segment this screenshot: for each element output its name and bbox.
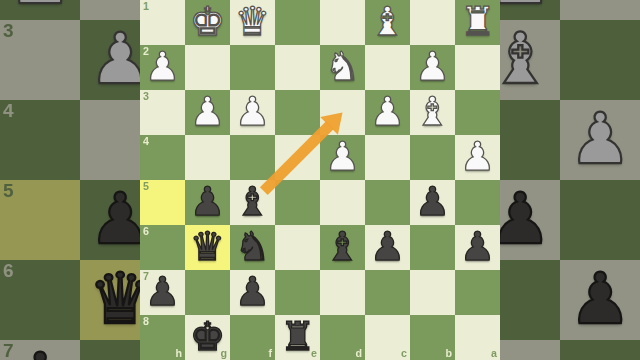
video-frame: 1♚♛♝♜2♟♞♟3♟♟♟♝4♟♟5♟♝♟6♛♞♝♟♟7♟♟8hg♚fe♜dcb… [0, 0, 640, 360]
square-f3[interactable]: ♟ [230, 90, 275, 135]
square-f7[interactable]: ♟ [230, 270, 275, 315]
square-h6: 6 [0, 260, 80, 340]
square-e6[interactable] [275, 225, 320, 270]
square-a7 [560, 340, 640, 360]
piece-white-rook: ♜ [460, 2, 495, 42]
file-label-b: b [445, 348, 452, 359]
square-a3 [560, 20, 640, 100]
rank-label-3: 3 [3, 21, 14, 40]
square-g2[interactable] [185, 45, 230, 90]
rank-label-5: 5 [143, 181, 149, 192]
square-f8[interactable]: f [230, 315, 275, 360]
square-h2: 2♟ [0, 0, 80, 20]
piece-black-rook: ♜ [280, 317, 315, 357]
square-b6[interactable] [410, 225, 455, 270]
rank-label-3: 3 [143, 91, 149, 102]
square-e4[interactable] [275, 135, 320, 180]
piece-white-pawn: ♟ [415, 47, 450, 87]
piece-white-pawn: ♟ [235, 92, 270, 132]
piece-black-pawn: ♟ [145, 272, 180, 312]
square-a2[interactable] [455, 45, 500, 90]
square-e8[interactable]: e♜ [275, 315, 320, 360]
piece-black-pawn: ♟ [415, 182, 450, 222]
square-d4[interactable]: ♟ [320, 135, 365, 180]
square-g4[interactable] [185, 135, 230, 180]
square-e2[interactable] [275, 45, 320, 90]
piece-white-knight: ♞ [325, 47, 360, 87]
piece-black-bishop: ♝ [235, 182, 270, 222]
piece-white-king: ♚ [190, 2, 225, 42]
rank-label-1: 1 [143, 1, 149, 12]
file-label-c: c [401, 348, 407, 359]
square-f1[interactable]: ♛ [230, 0, 275, 45]
piece-white-pawn: ♟ [370, 92, 405, 132]
square-d7[interactable] [320, 270, 365, 315]
square-h6[interactable]: 6 [140, 225, 185, 270]
square-b8[interactable]: b [410, 315, 455, 360]
square-g3[interactable]: ♟ [185, 90, 230, 135]
piece-white-pawn: ♟ [568, 103, 631, 173]
piece-black-pawn: ♟ [370, 227, 405, 267]
square-d2[interactable]: ♞ [320, 45, 365, 90]
file-label-f: f [268, 348, 272, 359]
square-b3[interactable]: ♝ [410, 90, 455, 135]
piece-black-pawn: ♟ [8, 343, 71, 360]
square-d3[interactable] [320, 90, 365, 135]
square-h7[interactable]: 7♟ [140, 270, 185, 315]
square-h4: 4 [0, 100, 80, 180]
file-label-a: a [491, 348, 497, 359]
square-d5[interactable] [320, 180, 365, 225]
square-g8[interactable]: g♚ [185, 315, 230, 360]
square-a1[interactable]: ♜ [455, 0, 500, 45]
square-g5[interactable]: ♟ [185, 180, 230, 225]
square-a3[interactable] [455, 90, 500, 135]
square-a5[interactable] [455, 180, 500, 225]
square-h5: 5 [0, 180, 80, 260]
chessboard-container: 1♚♛♝♜2♟♞♟3♟♟♟♝4♟♟5♟♝♟6♛♞♝♟♟7♟♟8hg♚fe♜dcb… [140, 0, 500, 360]
rank-label-4: 4 [143, 136, 149, 147]
piece-black-king: ♚ [190, 317, 225, 357]
piece-black-bishop: ♝ [325, 227, 360, 267]
square-e7[interactable] [275, 270, 320, 315]
rank-label-4: 4 [3, 101, 14, 120]
square-c2[interactable] [365, 45, 410, 90]
square-a8[interactable]: a [455, 315, 500, 360]
piece-white-pawn: ♟ [190, 92, 225, 132]
piece-white-queen: ♛ [235, 2, 270, 42]
square-g1[interactable]: ♚ [185, 0, 230, 45]
square-e5[interactable] [275, 180, 320, 225]
square-c3[interactable]: ♟ [365, 90, 410, 135]
square-c6[interactable]: ♟ [365, 225, 410, 270]
square-a5 [560, 180, 640, 260]
piece-white-bishop: ♝ [415, 92, 450, 132]
square-e1[interactable] [275, 0, 320, 45]
square-f6[interactable]: ♞ [230, 225, 275, 270]
square-h2[interactable]: 2♟ [140, 45, 185, 90]
square-b2[interactable]: ♟ [410, 45, 455, 90]
square-d1[interactable] [320, 0, 365, 45]
piece-black-pawn: ♟ [460, 227, 495, 267]
rank-label-6: 6 [143, 226, 149, 237]
square-b7[interactable] [410, 270, 455, 315]
square-h8[interactable]: 8h [140, 315, 185, 360]
square-h3: 3 [0, 20, 80, 100]
square-c7[interactable] [365, 270, 410, 315]
piece-white-bishop: ♝ [370, 2, 405, 42]
square-c1[interactable]: ♝ [365, 0, 410, 45]
square-a7[interactable] [455, 270, 500, 315]
square-a4[interactable]: ♟ [455, 135, 500, 180]
piece-black-pawn: ♟ [568, 263, 631, 333]
square-b4[interactable] [410, 135, 455, 180]
square-d8[interactable]: d [320, 315, 365, 360]
piece-white-pawn: ♟ [145, 47, 180, 87]
square-c8[interactable]: c [365, 315, 410, 360]
square-e3[interactable] [275, 90, 320, 135]
square-g6[interactable]: ♛ [185, 225, 230, 270]
piece-black-queen: ♛ [190, 227, 225, 267]
chess-board: 1♚♛♝♜2♟♞♟3♟♟♟♝4♟♟5♟♝♟6♛♞♝♟♟7♟♟8hg♚fe♜dcb… [140, 0, 500, 360]
rank-label-8: 8 [143, 316, 149, 327]
rank-label-6: 6 [3, 261, 14, 280]
square-a2 [560, 0, 640, 20]
piece-black-pawn: ♟ [235, 272, 270, 312]
square-h3[interactable]: 3 [140, 90, 185, 135]
square-f4[interactable] [230, 135, 275, 180]
square-a4: ♟ [560, 100, 640, 180]
square-a6[interactable]: ♟ [455, 225, 500, 270]
piece-black-knight: ♞ [235, 227, 270, 267]
square-c5[interactable] [365, 180, 410, 225]
piece-white-pawn: ♟ [8, 0, 71, 14]
square-g7[interactable] [185, 270, 230, 315]
file-label-h: h [175, 348, 182, 359]
piece-black-pawn: ♟ [190, 182, 225, 222]
square-b5[interactable]: ♟ [410, 180, 455, 225]
square-b1[interactable] [410, 0, 455, 45]
square-h1[interactable]: 1 [140, 0, 185, 45]
square-f5[interactable]: ♝ [230, 180, 275, 225]
piece-white-pawn: ♟ [460, 137, 495, 177]
square-f2[interactable] [230, 45, 275, 90]
rank-label-5: 5 [3, 181, 14, 200]
square-c4[interactable] [365, 135, 410, 180]
square-d6[interactable]: ♝ [320, 225, 365, 270]
square-a6: ♟ [560, 260, 640, 340]
square-h5[interactable]: 5 [140, 180, 185, 225]
file-label-d: d [355, 348, 362, 359]
piece-white-pawn: ♟ [325, 137, 360, 177]
square-h4[interactable]: 4 [140, 135, 185, 180]
square-h7: 7♟ [0, 340, 80, 360]
